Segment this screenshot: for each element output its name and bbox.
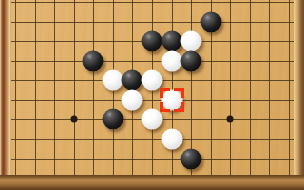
stone-white [142,109,163,130]
grid-line-vertical [230,0,231,176]
grid-line-vertical [93,0,94,176]
stone-white [181,31,202,52]
stone-white [161,50,182,71]
grid-line-vertical [74,0,75,176]
grid-line-vertical [250,0,251,176]
goban-board[interactable] [0,0,304,190]
board-edge-bottom [0,175,304,190]
grid-line-horizontal [10,61,295,62]
star-point [70,116,77,123]
grid-line-vertical [15,0,16,176]
stone-white [122,89,143,110]
grid-line-horizontal [10,22,295,23]
stone-black [102,109,123,130]
stone-black [181,148,202,169]
grid-line-horizontal [10,100,295,101]
stone-white [161,129,182,150]
last-move-marker [160,88,184,112]
star-point [227,116,234,123]
marker-corner-top-right [174,88,184,98]
grid-line-horizontal [10,159,295,160]
stone-black [122,70,143,91]
stone-white [102,70,123,91]
grid-line-horizontal [10,139,295,140]
stone-black [161,31,182,52]
grid-line-horizontal [10,2,295,3]
grid-line-vertical [35,0,36,176]
board-edge-right [294,0,304,190]
marker-corner-top-left [160,88,170,98]
grid-line-vertical [289,0,290,176]
grid-line-vertical [269,0,270,176]
grid-line-vertical [54,0,55,176]
board-edge-left [0,0,11,190]
marker-corner-bottom-right [174,102,184,112]
marker-corner-bottom-left [160,102,170,112]
stone-black [181,50,202,71]
stone-black [83,50,104,71]
stone-black [200,11,221,32]
stone-black [142,31,163,52]
